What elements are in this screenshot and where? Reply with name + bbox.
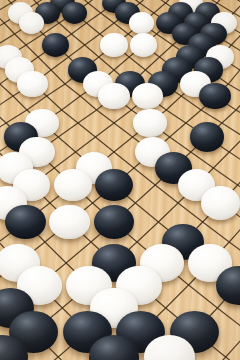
- stone-white[interactable]: [19, 12, 45, 34]
- stone-white[interactable]: [133, 109, 166, 138]
- stone-white[interactable]: [132, 83, 163, 110]
- stone-black[interactable]: [190, 122, 224, 151]
- stone-black[interactable]: [199, 83, 230, 110]
- go-board-photo: [0, 0, 240, 360]
- stone-white[interactable]: [130, 33, 157, 57]
- stone-black[interactable]: [42, 33, 69, 57]
- stone-black[interactable]: [95, 169, 133, 202]
- stone-white[interactable]: [54, 169, 92, 202]
- stone-black[interactable]: [94, 205, 135, 240]
- stone-black[interactable]: [5, 205, 46, 240]
- stone-white[interactable]: [98, 83, 129, 110]
- stone-black[interactable]: [62, 2, 87, 23]
- stone-white[interactable]: [49, 205, 90, 240]
- stone-white[interactable]: [17, 71, 47, 97]
- stone-white[interactable]: [100, 33, 127, 57]
- stone-white[interactable]: [129, 12, 155, 34]
- go-board[interactable]: [0, 0, 240, 360]
- stone-white[interactable]: [201, 186, 240, 220]
